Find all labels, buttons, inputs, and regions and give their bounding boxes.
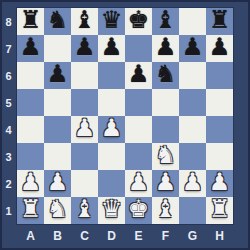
square-d2[interactable] (98, 170, 125, 197)
square-g8[interactable] (179, 8, 206, 35)
square-g1[interactable] (179, 197, 206, 224)
square-h7[interactable]: ♟ (206, 35, 233, 62)
piece-white-pawn: ♟ (101, 115, 123, 142)
square-g2[interactable]: ♟ (179, 170, 206, 197)
square-h8[interactable]: ♜ (206, 8, 233, 35)
piece-white-knight: ♞ (47, 196, 69, 223)
square-g5[interactable] (179, 89, 206, 116)
piece-black-pawn: ♟ (128, 61, 150, 88)
square-f2[interactable]: ♟ (152, 170, 179, 197)
square-f7[interactable]: ♟ (152, 35, 179, 62)
square-f1[interactable]: ♝ (152, 197, 179, 224)
square-b3[interactable] (44, 143, 71, 170)
square-e4[interactable] (125, 116, 152, 143)
square-h2[interactable]: ♟ (206, 170, 233, 197)
square-d1[interactable]: ♛ (98, 197, 125, 224)
square-d6[interactable] (98, 62, 125, 89)
piece-white-pawn: ♟ (182, 169, 204, 196)
piece-black-pawn: ♟ (209, 34, 231, 61)
square-b4[interactable] (44, 116, 71, 143)
square-b2[interactable]: ♟ (44, 170, 71, 197)
piece-black-pawn: ♟ (47, 61, 69, 88)
square-b5[interactable] (44, 89, 71, 116)
file-label-f: F (152, 224, 179, 250)
square-a4[interactable] (17, 116, 44, 143)
rank-label-5: 5 (0, 89, 17, 116)
piece-black-bishop: ♝ (155, 7, 177, 34)
piece-black-pawn: ♟ (182, 34, 204, 61)
piece-white-bishop: ♝ (155, 196, 177, 223)
piece-black-pawn: ♟ (74, 34, 96, 61)
piece-white-pawn: ♟ (47, 169, 69, 196)
square-d4[interactable]: ♟ (98, 116, 125, 143)
file-label-e: E (125, 224, 152, 250)
piece-black-king: ♚ (128, 7, 150, 34)
file-label-a: A (17, 224, 44, 250)
file-label-g: G (179, 224, 206, 250)
piece-black-pawn: ♟ (20, 34, 42, 61)
rank-label-7: 7 (0, 35, 17, 62)
square-h1[interactable]: ♜ (206, 197, 233, 224)
square-g3[interactable] (179, 143, 206, 170)
square-e5[interactable] (125, 89, 152, 116)
piece-black-pawn: ♟ (101, 34, 123, 61)
square-g7[interactable]: ♟ (179, 35, 206, 62)
rank-label-2: 2 (0, 170, 17, 197)
rank-label-3: 3 (0, 143, 17, 170)
square-a5[interactable] (17, 89, 44, 116)
square-c5[interactable] (71, 89, 98, 116)
square-d7[interactable]: ♟ (98, 35, 125, 62)
square-c6[interactable] (71, 62, 98, 89)
piece-white-pawn: ♟ (20, 169, 42, 196)
piece-white-knight: ♞ (155, 142, 177, 169)
square-b7[interactable] (44, 35, 71, 62)
piece-black-bishop: ♝ (74, 7, 96, 34)
chess-board: ♜♞♝♛♚♝♜♟♟♟♟♟♟♟♟♞♟♟♞♟♟♟♟♟♟♜♞♝♛♚♝♜ (17, 8, 233, 224)
rank-label-4: 4 (0, 116, 17, 143)
square-e7[interactable] (125, 35, 152, 62)
square-a7[interactable]: ♟ (17, 35, 44, 62)
square-c3[interactable] (71, 143, 98, 170)
file-label-d: D (98, 224, 125, 250)
square-f8[interactable]: ♝ (152, 8, 179, 35)
rank-label-1: 1 (0, 197, 17, 224)
square-b8[interactable]: ♞ (44, 8, 71, 35)
rank-label-6: 6 (0, 62, 17, 89)
file-labels: ABCDEFGH (17, 224, 233, 250)
rank-label-8: 8 (0, 8, 17, 35)
square-e8[interactable]: ♚ (125, 8, 152, 35)
square-h3[interactable] (206, 143, 233, 170)
square-e1[interactable]: ♚ (125, 197, 152, 224)
square-b6[interactable]: ♟ (44, 62, 71, 89)
piece-black-queen: ♛ (101, 7, 123, 34)
square-f3[interactable]: ♞ (152, 143, 179, 170)
square-h6[interactable] (206, 62, 233, 89)
piece-white-king: ♚ (128, 196, 150, 223)
file-label-c: C (71, 224, 98, 250)
square-f5[interactable] (152, 89, 179, 116)
square-c7[interactable]: ♟ (71, 35, 98, 62)
square-d3[interactable] (98, 143, 125, 170)
piece-black-knight: ♞ (47, 7, 69, 34)
piece-black-rook: ♜ (20, 7, 42, 34)
piece-white-pawn: ♟ (209, 169, 231, 196)
rank-labels: 87654321 (0, 8, 17, 224)
square-e3[interactable] (125, 143, 152, 170)
square-g6[interactable] (179, 62, 206, 89)
board-frame: 87654321 ♜♞♝♛♚♝♜♟♟♟♟♟♟♟♟♞♟♟♞♟♟♟♟♟♟♜♞♝♛♚♝… (0, 0, 250, 250)
square-f4[interactable] (152, 116, 179, 143)
square-d8[interactable]: ♛ (98, 8, 125, 35)
square-c8[interactable]: ♝ (71, 8, 98, 35)
square-a8[interactable]: ♜ (17, 8, 44, 35)
piece-white-queen: ♛ (101, 196, 123, 223)
square-a6[interactable] (17, 62, 44, 89)
square-h5[interactable] (206, 89, 233, 116)
square-c1[interactable]: ♝ (71, 197, 98, 224)
square-b1[interactable]: ♞ (44, 197, 71, 224)
square-a1[interactable]: ♜ (17, 197, 44, 224)
piece-black-rook: ♜ (209, 7, 231, 34)
square-a3[interactable] (17, 143, 44, 170)
piece-white-pawn: ♟ (74, 115, 96, 142)
square-h4[interactable] (206, 116, 233, 143)
piece-black-knight: ♞ (155, 61, 177, 88)
square-d5[interactable] (98, 89, 125, 116)
square-e2[interactable]: ♟ (125, 170, 152, 197)
piece-white-pawn: ♟ (128, 169, 150, 196)
square-c2[interactable] (71, 170, 98, 197)
square-c4[interactable]: ♟ (71, 116, 98, 143)
file-label-h: H (206, 224, 233, 250)
square-a2[interactable]: ♟ (17, 170, 44, 197)
square-e6[interactable]: ♟ (125, 62, 152, 89)
piece-white-bishop: ♝ (74, 196, 96, 223)
piece-white-rook: ♜ (20, 196, 42, 223)
piece-white-rook: ♜ (209, 196, 231, 223)
file-label-b: B (44, 224, 71, 250)
piece-black-pawn: ♟ (155, 34, 177, 61)
square-f6[interactable]: ♞ (152, 62, 179, 89)
square-g4[interactable] (179, 116, 206, 143)
piece-white-pawn: ♟ (155, 169, 177, 196)
